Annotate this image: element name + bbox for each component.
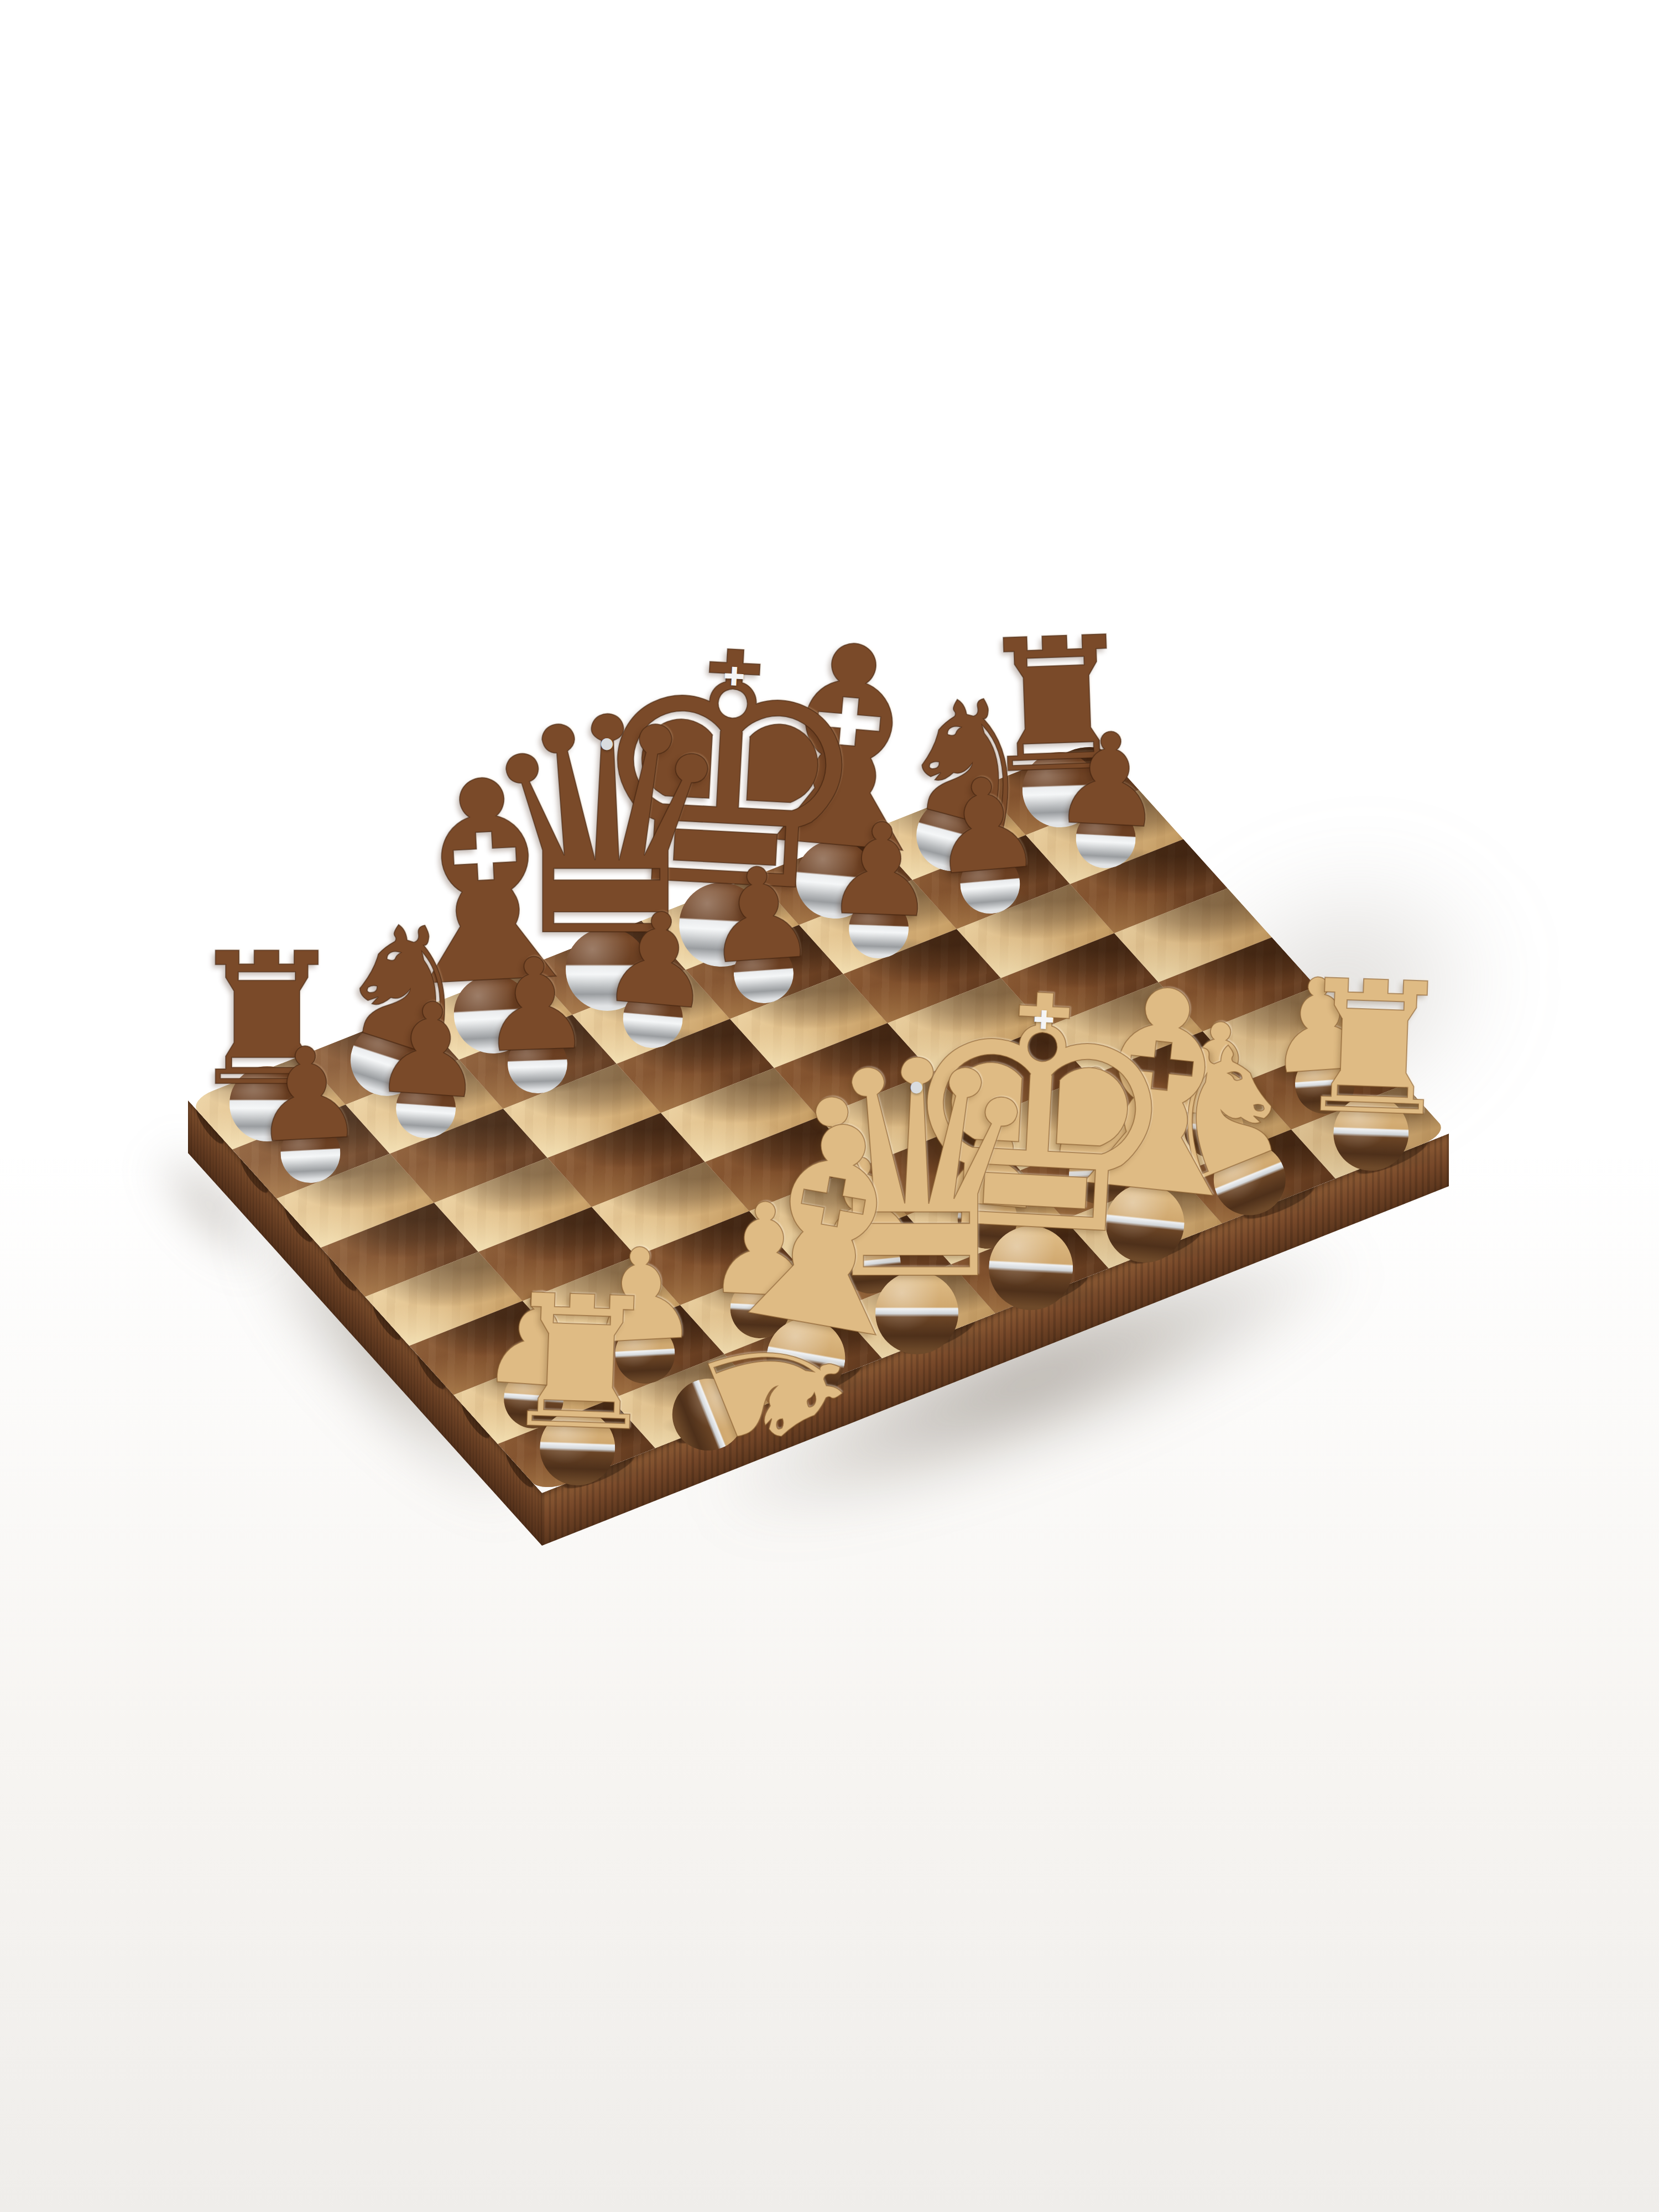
piece-black-pawn-g7: ♟ — [928, 754, 1055, 914]
piece-black-pawn-h7: ♟ — [1041, 708, 1168, 868]
piece-white-rook-a1: ♜ — [486, 1261, 668, 1485]
piece-black-pawn-a7: ♟ — [248, 1023, 375, 1183]
pawn-glyph: ♟ — [1042, 714, 1176, 848]
pawn-glyph: ♟ — [241, 1029, 374, 1162]
pawn-glyph: ♟ — [815, 805, 946, 936]
product-scene: ♜♞♝♛●♚✚♝♞♜♟♟♟♟♟♟♟♟♟♟♟♟♟♟♟♟♜♞♝♛●♚✚♝♞♜ — [0, 0, 1659, 2212]
rook-glyph: ♜ — [486, 1270, 674, 1458]
piece-black-pawn-d7: ♟ — [588, 888, 715, 1048]
piece-black-pawn-b7: ♟ — [361, 978, 488, 1138]
pawn-glyph: ♟ — [589, 892, 727, 1030]
pawn-glyph: ♟ — [362, 983, 497, 1118]
